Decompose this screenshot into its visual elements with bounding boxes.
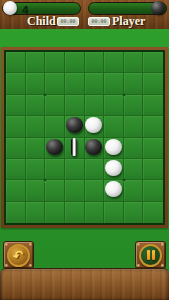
board-cell[interactable]: [143, 159, 163, 180]
left-player-timer: 00:00: [57, 17, 79, 26]
board-cell[interactable]: [124, 116, 144, 137]
corner-screw-icon: [29, 243, 32, 246]
board-cell[interactable]: [124, 138, 144, 159]
star-point: [44, 93, 47, 96]
corner-screw-icon: [5, 264, 8, 267]
white-stone: [105, 181, 122, 197]
star-point: [44, 179, 47, 182]
board-cell[interactable]: [85, 95, 105, 116]
board-cell[interactable]: [26, 116, 46, 137]
undo-button[interactable]: ↶: [7, 244, 30, 267]
reversi-app: 4 4 Child 00:00 00:00 Player ↶: [0, 0, 169, 300]
corner-screw-icon: [161, 264, 164, 267]
board-cell[interactable]: [65, 180, 85, 201]
pause-button-frame: [135, 241, 166, 269]
board-cell[interactable]: [45, 138, 65, 159]
board-cell[interactable]: [104, 116, 124, 137]
board-cell[interactable]: [6, 202, 26, 223]
board-cell[interactable]: [104, 180, 124, 201]
board-cell[interactable]: [104, 138, 124, 159]
board-cell[interactable]: [85, 159, 105, 180]
white-stone-icon: [3, 1, 17, 15]
board-cell[interactable]: [124, 180, 144, 201]
corner-screw-icon: [137, 243, 140, 246]
board-cell[interactable]: [143, 202, 163, 223]
board-cell[interactable]: [45, 202, 65, 223]
board-cell[interactable]: [104, 202, 124, 223]
board-cell[interactable]: [65, 202, 85, 223]
flipping-stone: [71, 138, 77, 156]
left-player-name: Child: [27, 14, 56, 29]
board-cell[interactable]: [6, 180, 26, 201]
board-cell[interactable]: [104, 95, 124, 116]
right-player-timer: 00:00: [88, 17, 110, 26]
black-stone: [85, 139, 102, 155]
board: [4, 50, 165, 225]
white-stone: [85, 117, 102, 133]
board-cell[interactable]: [6, 138, 26, 159]
right-player-name: Player: [112, 14, 145, 29]
pause-icon: [147, 250, 155, 260]
white-stone: [105, 160, 122, 176]
board-cell[interactable]: [65, 116, 85, 137]
board-cell[interactable]: [45, 180, 65, 201]
black-stone: [46, 139, 63, 155]
board-cell[interactable]: [45, 116, 65, 137]
board-cell[interactable]: [143, 95, 163, 116]
board-cell[interactable]: [6, 159, 26, 180]
board-cell[interactable]: [26, 138, 46, 159]
board-cell[interactable]: [45, 73, 65, 94]
board-cell[interactable]: [124, 202, 144, 223]
pause-button[interactable]: [139, 244, 162, 267]
board-cell[interactable]: [45, 95, 65, 116]
board-cell[interactable]: [6, 116, 26, 137]
board-cell[interactable]: [85, 52, 105, 73]
board-cell[interactable]: [65, 52, 85, 73]
board-cell[interactable]: [85, 116, 105, 137]
board-cell[interactable]: [65, 73, 85, 94]
board-cell[interactable]: [6, 52, 26, 73]
board-cell[interactable]: [143, 52, 163, 73]
board-cell[interactable]: [26, 180, 46, 201]
star-point: [122, 179, 125, 182]
board-cell[interactable]: [6, 73, 26, 94]
board-cell[interactable]: [143, 180, 163, 201]
board-cell[interactable]: [85, 180, 105, 201]
board-cell[interactable]: [124, 52, 144, 73]
board-frame: [1, 47, 168, 228]
board-cell[interactable]: [65, 138, 85, 159]
board-cell[interactable]: [26, 159, 46, 180]
board-cell[interactable]: [85, 138, 105, 159]
board-cell[interactable]: [143, 73, 163, 94]
board-cell[interactable]: [104, 52, 124, 73]
undo-icon: ↶: [12, 247, 26, 262]
board-cell[interactable]: [45, 52, 65, 73]
board-cell[interactable]: [85, 202, 105, 223]
star-point: [122, 93, 125, 96]
undo-button-frame: ↶: [3, 241, 34, 269]
black-stone-icon: [151, 1, 165, 15]
board-cell[interactable]: [124, 159, 144, 180]
board-cell[interactable]: [104, 73, 124, 94]
corner-screw-icon: [161, 243, 164, 246]
board-grid: [6, 52, 163, 223]
board-cell[interactable]: [26, 73, 46, 94]
board-cell[interactable]: [6, 95, 26, 116]
board-cell[interactable]: [143, 138, 163, 159]
black-stone: [66, 117, 83, 133]
board-cell[interactable]: [124, 95, 144, 116]
bottom-wood-plank: [0, 268, 169, 300]
corner-screw-icon: [137, 264, 140, 267]
corner-screw-icon: [29, 264, 32, 267]
board-cell[interactable]: [45, 159, 65, 180]
board-cell[interactable]: [26, 202, 46, 223]
board-cell[interactable]: [65, 159, 85, 180]
board-cell[interactable]: [104, 159, 124, 180]
board-cell[interactable]: [65, 95, 85, 116]
corner-screw-icon: [5, 243, 8, 246]
white-stone: [105, 139, 122, 155]
board-cell[interactable]: [143, 116, 163, 137]
board-cell[interactable]: [26, 95, 46, 116]
board-cell[interactable]: [26, 52, 46, 73]
board-cell[interactable]: [85, 73, 105, 94]
board-cell[interactable]: [124, 73, 144, 94]
